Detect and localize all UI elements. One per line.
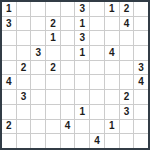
cell-r10c9[interactable] [120, 134, 134, 148]
clue-digit: 3 [35, 48, 41, 58]
clue-digit: 3 [6, 19, 12, 29]
cell-r7c2[interactable]: 3 [17, 90, 31, 104]
puzzle-grid: 13123214133142234432132414 [2, 2, 148, 148]
clue-digit: 1 [80, 19, 86, 29]
clue-digit: 1 [6, 4, 12, 14]
cell-r3c3[interactable] [31, 31, 45, 45]
cell-r5c5[interactable] [61, 61, 75, 75]
cell-r2c9[interactable]: 4 [120, 17, 134, 31]
cell-r7c9[interactable]: 2 [120, 90, 134, 104]
cell-r10c5[interactable] [61, 134, 75, 148]
clue-digit: 4 [138, 77, 144, 87]
cell-r9c5[interactable]: 4 [61, 120, 75, 134]
cell-r1c2[interactable] [17, 2, 31, 16]
cell-r2c10[interactable] [134, 17, 148, 31]
clue-digit: 3 [124, 107, 130, 117]
clue-digit: 1 [80, 107, 86, 117]
cell-r4c1[interactable] [2, 46, 16, 60]
cell-r7c7[interactable] [90, 90, 104, 104]
clue-digit: 4 [65, 121, 71, 131]
cell-r3c4[interactable]: 1 [46, 31, 60, 45]
cell-r3c6[interactable]: 3 [75, 31, 89, 45]
cell-r9c4[interactable] [46, 120, 60, 134]
cell-r1c1[interactable]: 1 [2, 2, 16, 16]
cell-r2c4[interactable]: 2 [46, 17, 60, 31]
puzzle-board: 13123214133142234432132414 [0, 0, 150, 150]
cell-r6c7[interactable] [90, 75, 104, 89]
cell-r8c10[interactable] [134, 105, 148, 119]
cell-r8c5[interactable] [61, 105, 75, 119]
cell-r10c2[interactable] [17, 134, 31, 148]
clue-digit: 1 [109, 121, 115, 131]
cell-r1c4[interactable] [46, 2, 60, 16]
cell-r1c9[interactable]: 2 [120, 2, 134, 16]
cell-r4c7[interactable] [90, 46, 104, 60]
cell-r6c8[interactable] [105, 75, 119, 89]
cell-r4c6[interactable]: 1 [75, 46, 89, 60]
cell-r9c9[interactable] [120, 120, 134, 134]
cell-r3c2[interactable] [17, 31, 31, 45]
clue-digit: 1 [50, 33, 56, 43]
cell-r9c6[interactable] [75, 120, 89, 134]
clue-digit: 2 [124, 92, 130, 102]
cell-r7c10[interactable] [134, 90, 148, 104]
cell-r6c5[interactable] [61, 75, 75, 89]
cell-r9c8[interactable]: 1 [105, 120, 119, 134]
cell-r6c10[interactable]: 4 [134, 75, 148, 89]
clue-digit: 4 [124, 19, 130, 29]
cell-r4c5[interactable] [61, 46, 75, 60]
cell-r2c2[interactable] [17, 17, 31, 31]
cell-r1c5[interactable] [61, 2, 75, 16]
cell-r5c9[interactable] [120, 61, 134, 75]
cell-r4c10[interactable] [134, 46, 148, 60]
cell-r4c2[interactable] [17, 46, 31, 60]
cell-r1c6[interactable]: 3 [75, 2, 89, 16]
cell-r1c3[interactable] [31, 2, 45, 16]
clue-digit: 2 [124, 4, 130, 14]
cell-r5c7[interactable] [90, 61, 104, 75]
cell-r10c4[interactable] [46, 134, 60, 148]
cell-r4c4[interactable] [46, 46, 60, 60]
cell-r2c1[interactable]: 3 [2, 17, 16, 31]
cell-r10c8[interactable] [105, 134, 119, 148]
clue-digit: 3 [80, 4, 86, 14]
cell-r6c2[interactable] [17, 75, 31, 89]
clue-digit: 2 [21, 63, 27, 73]
cell-r10c7[interactable]: 4 [90, 134, 104, 148]
clue-digit: 2 [50, 19, 56, 29]
cell-r1c7[interactable] [90, 2, 104, 16]
cell-r5c4[interactable]: 2 [46, 61, 60, 75]
cell-r3c1[interactable] [2, 31, 16, 45]
cell-r6c9[interactable] [120, 75, 134, 89]
cell-r5c6[interactable] [75, 61, 89, 75]
cell-r2c7[interactable] [90, 17, 104, 31]
cell-r3c9[interactable] [120, 31, 134, 45]
clue-digit: 4 [6, 77, 12, 87]
cell-r8c2[interactable] [17, 105, 31, 119]
cell-r4c8[interactable]: 4 [105, 46, 119, 60]
cell-r7c3[interactable] [31, 90, 45, 104]
cell-r3c7[interactable] [90, 31, 104, 45]
cell-r5c1[interactable] [2, 61, 16, 75]
clue-digit: 1 [80, 48, 86, 58]
cell-r2c6[interactable]: 1 [75, 17, 89, 31]
clue-digit: 1 [109, 4, 115, 14]
cell-r10c6[interactable] [75, 134, 89, 148]
cell-r7c8[interactable] [105, 90, 119, 104]
cell-r5c3[interactable] [31, 61, 45, 75]
cell-r5c8[interactable] [105, 61, 119, 75]
cell-r7c4[interactable] [46, 90, 60, 104]
cell-r6c4[interactable] [46, 75, 60, 89]
cell-r9c2[interactable] [17, 120, 31, 134]
clue-digit: 3 [138, 63, 144, 73]
cell-r1c10[interactable] [134, 2, 148, 16]
cell-r6c1[interactable]: 4 [2, 75, 16, 89]
cell-r8c6[interactable]: 1 [75, 105, 89, 119]
cell-r8c9[interactable]: 3 [120, 105, 134, 119]
clue-digit: 4 [109, 48, 115, 58]
clue-digit: 2 [6, 121, 12, 131]
cell-r10c10[interactable] [134, 134, 148, 148]
cell-r3c5[interactable] [61, 31, 75, 45]
clue-digit: 3 [21, 92, 27, 102]
clue-digit: 3 [80, 33, 86, 43]
cell-r4c9[interactable] [120, 46, 134, 60]
cell-r9c3[interactable] [31, 120, 45, 134]
cell-r7c5[interactable] [61, 90, 75, 104]
cell-r8c1[interactable] [2, 105, 16, 119]
cell-r1c8[interactable]: 1 [105, 2, 119, 16]
cell-r2c5[interactable] [61, 17, 75, 31]
cell-r6c6[interactable] [75, 75, 89, 89]
cell-r3c10[interactable] [134, 31, 148, 45]
cell-r9c7[interactable] [90, 120, 104, 134]
cell-r6c3[interactable] [31, 75, 45, 89]
cell-r9c10[interactable] [134, 120, 148, 134]
cell-r8c3[interactable] [31, 105, 45, 119]
cell-r7c1[interactable] [2, 90, 16, 104]
cell-r5c2[interactable]: 2 [17, 61, 31, 75]
cell-r10c1[interactable] [2, 134, 16, 148]
cell-r4c3[interactable]: 3 [31, 46, 45, 60]
clue-digit: 4 [94, 136, 100, 146]
cell-r9c1[interactable]: 2 [2, 120, 16, 134]
cell-r3c8[interactable] [105, 31, 119, 45]
cell-r8c4[interactable] [46, 105, 60, 119]
cell-r8c8[interactable] [105, 105, 119, 119]
cell-r8c7[interactable] [90, 105, 104, 119]
cell-r2c3[interactable] [31, 17, 45, 31]
cell-r7c6[interactable] [75, 90, 89, 104]
cell-r2c8[interactable] [105, 17, 119, 31]
cell-r5c10[interactable]: 3 [134, 61, 148, 75]
clue-digit: 2 [50, 63, 56, 73]
cell-r10c3[interactable] [31, 134, 45, 148]
